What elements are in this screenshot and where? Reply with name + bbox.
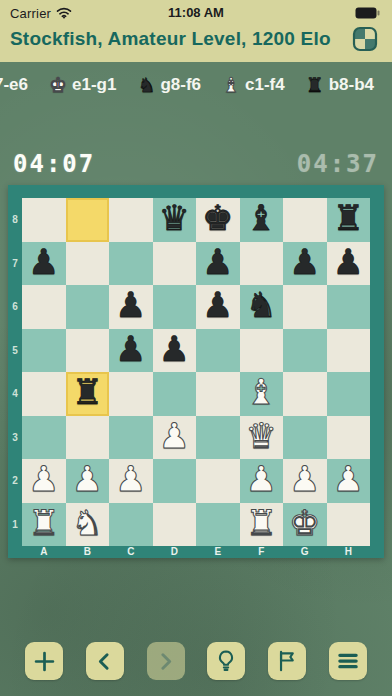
- white-rook-f1: ♜: [246, 502, 277, 546]
- carrier-label: Carrier: [10, 6, 51, 21]
- black-pawn-c5: ♟: [115, 328, 146, 372]
- square-b2[interactable]: ♟: [66, 459, 110, 503]
- white-queen-f3: ♛: [246, 415, 277, 459]
- chevron-right-icon: [153, 649, 178, 674]
- black-pawn-c6: ♟: [115, 284, 146, 328]
- square-f4[interactable]: ♝: [240, 372, 284, 416]
- bottom-toolbar: [0, 642, 392, 680]
- square-a5[interactable]: [22, 329, 66, 373]
- file-label-e: E: [196, 546, 240, 558]
- resign-button[interactable]: [268, 642, 306, 680]
- battery-icon: [355, 7, 380, 19]
- square-a6[interactable]: [22, 285, 66, 329]
- square-c6[interactable]: ♟: [109, 285, 153, 329]
- file-label-d: D: [153, 546, 197, 558]
- move-label: g8-f6: [160, 75, 201, 95]
- square-c5[interactable]: ♟: [109, 329, 153, 373]
- rank-label-6: 6: [8, 285, 22, 329]
- white-bishop-f4: ♝: [246, 371, 277, 415]
- plus-icon: [31, 648, 58, 675]
- board-theme-button[interactable]: [352, 26, 378, 52]
- square-g7[interactable]: ♟: [283, 242, 327, 286]
- hamburger-icon: [335, 648, 361, 674]
- square-f3[interactable]: ♛: [240, 416, 284, 460]
- rank-label-4: 4: [8, 372, 22, 416]
- square-b6[interactable]: [66, 285, 110, 329]
- square-g2[interactable]: ♟: [283, 459, 327, 503]
- top-panel: Carrier 11:08 AM Stockfish, Amateur Leve…: [0, 0, 392, 62]
- white-knight-b1: ♞: [72, 502, 103, 546]
- black-rook-b4: ♜: [72, 371, 103, 415]
- file-label-c: C: [109, 546, 153, 558]
- square-h4[interactable]: [327, 372, 371, 416]
- square-f6[interactable]: ♞: [240, 285, 284, 329]
- chess-board: ♛♚♝♜♟♟♟♟♟♟♞♟♟♜♝♟♛♟♟♟♟♟♟♜♞♜♚ ABCDEFGH 876…: [8, 185, 384, 558]
- rank-label-7: 7: [8, 242, 22, 286]
- move-label: e1-g1: [72, 75, 116, 95]
- wifi-icon: [56, 7, 72, 19]
- square-g5[interactable]: [283, 329, 327, 373]
- square-e5[interactable]: [196, 329, 240, 373]
- square-e8[interactable]: ♚: [196, 198, 240, 242]
- square-b3[interactable]: [66, 416, 110, 460]
- white-pawn-b2: ♟: [72, 458, 103, 502]
- square-f2[interactable]: ♟: [240, 459, 284, 503]
- square-b4[interactable]: ♜: [66, 372, 110, 416]
- file-labels: ABCDEFGH: [22, 546, 370, 558]
- square-g1[interactable]: ♚: [283, 503, 327, 547]
- black-bishop-f8: ♝: [246, 197, 277, 241]
- black-pawn-a7: ♟: [28, 241, 59, 285]
- move-label: b8-b4: [329, 75, 374, 95]
- square-d4[interactable]: [153, 372, 197, 416]
- rank-label-3: 3: [8, 416, 22, 460]
- rank-label-1: 1: [8, 503, 22, 547]
- square-c3[interactable]: [109, 416, 153, 460]
- square-b7[interactable]: [66, 242, 110, 286]
- move-item-0[interactable]: 7-e6: [0, 75, 28, 95]
- square-h1[interactable]: [327, 503, 371, 547]
- square-a8[interactable]: [22, 198, 66, 242]
- square-g8[interactable]: [283, 198, 327, 242]
- file-label-g: G: [283, 546, 327, 558]
- square-b8[interactable]: [66, 198, 110, 242]
- square-a3[interactable]: [22, 416, 66, 460]
- black-pawn-d5: ♟: [159, 328, 190, 372]
- white-pawn-a2: ♟: [28, 458, 59, 502]
- square-h7[interactable]: ♟: [327, 242, 371, 286]
- clocks: 04:07 04:37: [0, 150, 392, 178]
- square-d5[interactable]: ♟: [153, 329, 197, 373]
- square-e6[interactable]: ♟: [196, 285, 240, 329]
- black-rook-h8: ♜: [333, 197, 364, 241]
- square-h8[interactable]: ♜: [327, 198, 371, 242]
- hint-button[interactable]: [207, 642, 245, 680]
- move-item-1[interactable]: ♚e1-g1: [49, 75, 116, 95]
- file-label-b: B: [66, 546, 110, 558]
- move-item-4[interactable]: ♜b8-b4: [306, 75, 374, 95]
- square-f5[interactable]: [240, 329, 284, 373]
- black-pawn-e7: ♟: [202, 241, 233, 285]
- square-a1[interactable]: ♜: [22, 503, 66, 547]
- square-h3[interactable]: [327, 416, 371, 460]
- square-c4[interactable]: [109, 372, 153, 416]
- menu-button[interactable]: [329, 642, 367, 680]
- file-label-a: A: [22, 546, 66, 558]
- move-list: 7-e6♚e1-g1♞g8-f6♝c1-f4♜b8-b4: [0, 70, 392, 100]
- square-c2[interactable]: ♟: [109, 459, 153, 503]
- square-f7[interactable]: [240, 242, 284, 286]
- move-label: c1-f4: [245, 75, 285, 95]
- black-knight-f6: ♞: [246, 284, 277, 328]
- back-button[interactable]: [86, 642, 124, 680]
- board-squares: ♛♚♝♜♟♟♟♟♟♟♞♟♟♜♝♟♛♟♟♟♟♟♟♜♞♜♚: [22, 198, 370, 546]
- black-queen-d8: ♛: [159, 197, 190, 241]
- square-b5[interactable]: [66, 329, 110, 373]
- black-rook-icon: ♜: [306, 75, 324, 95]
- square-h2[interactable]: ♟: [327, 459, 371, 503]
- square-h6[interactable]: [327, 285, 371, 329]
- square-a7[interactable]: ♟: [22, 242, 66, 286]
- white-pawn-d3: ♟: [159, 415, 190, 459]
- square-f8[interactable]: ♝: [240, 198, 284, 242]
- square-e7[interactable]: ♟: [196, 242, 240, 286]
- white-pawn-g2: ♟: [289, 458, 320, 502]
- square-d3[interactable]: ♟: [153, 416, 197, 460]
- square-e2[interactable]: [196, 459, 240, 503]
- square-e3[interactable]: [196, 416, 240, 460]
- square-h5[interactable]: [327, 329, 371, 373]
- app-screen: Carrier 11:08 AM Stockfish, Amateur Leve…: [0, 0, 392, 696]
- square-b1[interactable]: ♞: [66, 503, 110, 547]
- move-label: 7-e6: [0, 75, 28, 95]
- status-bar: Carrier 11:08 AM: [0, 0, 392, 24]
- header: Stockfish, Amateur Level, 1200 Elo: [0, 24, 392, 52]
- move-item-3[interactable]: ♝c1-f4: [222, 75, 285, 95]
- white-rook-a1: ♜: [28, 502, 59, 546]
- white-pawn-f2: ♟: [246, 458, 277, 502]
- rank-label-8: 8: [8, 198, 22, 242]
- square-d8[interactable]: ♛: [153, 198, 197, 242]
- black-pawn-h7: ♟: [333, 241, 364, 285]
- square-g3[interactable]: [283, 416, 327, 460]
- file-label-h: H: [327, 546, 371, 558]
- square-e4[interactable]: [196, 372, 240, 416]
- file-label-f: F: [240, 546, 284, 558]
- chevron-left-icon: [92, 649, 117, 674]
- white-pawn-c2: ♟: [115, 458, 146, 502]
- white-bishop-icon: ♝: [222, 75, 240, 95]
- page-title: Stockfish, Amateur Level, 1200 Elo: [10, 28, 331, 50]
- white-pawn-h2: ♟: [333, 458, 364, 502]
- black-clock: 04:37: [297, 150, 379, 178]
- lightbulb-icon: [213, 648, 239, 674]
- square-d1[interactable]: [153, 503, 197, 547]
- square-d6[interactable]: [153, 285, 197, 329]
- square-g6[interactable]: [283, 285, 327, 329]
- square-f1[interactable]: ♜: [240, 503, 284, 547]
- black-pawn-e6: ♟: [202, 284, 233, 328]
- black-pawn-g7: ♟: [289, 241, 320, 285]
- square-a2[interactable]: ♟: [22, 459, 66, 503]
- black-king-e8: ♚: [202, 197, 233, 241]
- rank-label-2: 2: [8, 459, 22, 503]
- forward-button: [147, 642, 185, 680]
- status-time: 11:08 AM: [168, 5, 224, 20]
- square-d2[interactable]: [153, 459, 197, 503]
- square-g4[interactable]: [283, 372, 327, 416]
- new-game-button[interactable]: [25, 642, 63, 680]
- square-c1[interactable]: [109, 503, 153, 547]
- square-a4[interactable]: [22, 372, 66, 416]
- square-c8[interactable]: [109, 198, 153, 242]
- move-item-2[interactable]: ♞g8-f6: [137, 75, 201, 95]
- square-e1[interactable]: [196, 503, 240, 547]
- flag-icon: [274, 648, 300, 674]
- white-clock: 04:07: [13, 150, 95, 178]
- square-d7[interactable]: [153, 242, 197, 286]
- rank-label-5: 5: [8, 329, 22, 373]
- black-knight-icon: ♞: [137, 75, 155, 95]
- square-c7[interactable]: [109, 242, 153, 286]
- white-king-icon: ♚: [49, 75, 67, 95]
- white-king-g1: ♚: [289, 502, 320, 546]
